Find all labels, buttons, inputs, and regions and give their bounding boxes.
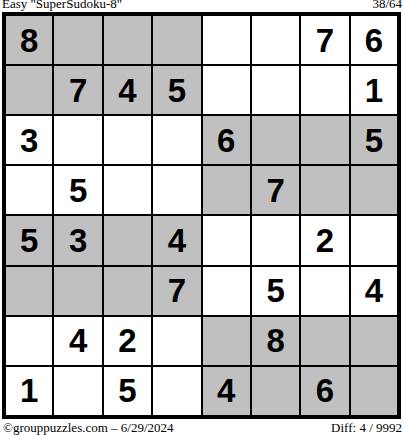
cell-r5c7[interactable]: 2 (300, 215, 349, 265)
cell-r8c7[interactable]: 6 (300, 366, 349, 417)
cell-r1c2[interactable] (53, 14, 102, 65)
cell-r2c5[interactable] (202, 65, 251, 115)
cell-r4c5[interactable] (202, 165, 251, 215)
grid-row-5: 5342 (4, 215, 399, 265)
cell-r4c7[interactable] (300, 165, 349, 215)
cell-r6c5[interactable] (202, 266, 251, 316)
sudoku-grid-body: 87674513655753427544281546 (4, 14, 399, 417)
grid-row-8: 1546 (4, 366, 399, 417)
cell-r7c1[interactable] (4, 316, 53, 366)
cell-r1c1[interactable]: 8 (4, 14, 53, 65)
cell-r3c2[interactable] (53, 115, 102, 165)
cell-r4c3[interactable] (103, 165, 152, 215)
cell-r6c1[interactable] (4, 266, 53, 316)
cell-r2c3[interactable]: 4 (103, 65, 152, 115)
cell-r3c1[interactable]: 3 (4, 115, 53, 165)
cell-r7c3[interactable]: 2 (103, 316, 152, 366)
cell-r7c2[interactable]: 4 (53, 316, 102, 366)
cell-r3c3[interactable] (103, 115, 152, 165)
cell-r7c5[interactable] (202, 316, 251, 366)
cell-r2c1[interactable] (4, 65, 53, 115)
cell-r3c5[interactable]: 6 (202, 115, 251, 165)
cell-r4c6[interactable]: 7 (251, 165, 300, 215)
cell-r1c5[interactable] (202, 14, 251, 65)
cell-r1c6[interactable] (251, 14, 300, 65)
grid-row-1: 876 (4, 14, 399, 65)
cell-r2c8[interactable]: 1 (350, 65, 399, 115)
cell-r8c2[interactable] (53, 366, 102, 417)
cell-r8c8[interactable] (350, 366, 399, 417)
grid-row-2: 7451 (4, 65, 399, 115)
cell-r3c4[interactable] (152, 115, 201, 165)
cell-r8c1[interactable]: 1 (4, 366, 53, 417)
cell-r8c4[interactable] (152, 366, 201, 417)
cell-r7c6[interactable]: 8 (251, 316, 300, 366)
cell-r7c7[interactable] (300, 316, 349, 366)
sudoku-board: 87674513655753427544281546 (2, 12, 401, 419)
cell-r3c6[interactable] (251, 115, 300, 165)
cell-r8c6[interactable] (251, 366, 300, 417)
cell-r1c4[interactable] (152, 14, 201, 65)
cell-r5c1[interactable]: 5 (4, 215, 53, 265)
cell-r4c8[interactable] (350, 165, 399, 215)
cell-r6c2[interactable] (53, 266, 102, 316)
cell-r6c7[interactable] (300, 266, 349, 316)
cell-r7c4[interactable] (152, 316, 201, 366)
footer-bar: ©grouppuzzles.com – 6/29/2024 Diff: 4 / … (3, 421, 402, 436)
header-bar: Easy "SuperSudoku-8" 38/64 (2, 0, 402, 12)
grid-row-3: 365 (4, 115, 399, 165)
cell-r6c6[interactable]: 5 (251, 266, 300, 316)
cell-r7c8[interactable] (350, 316, 399, 366)
cell-r4c2[interactable]: 5 (53, 165, 102, 215)
cell-r1c8[interactable]: 6 (350, 14, 399, 65)
cell-r2c6[interactable] (251, 65, 300, 115)
cell-r2c4[interactable]: 5 (152, 65, 201, 115)
cell-r5c2[interactable]: 3 (53, 215, 102, 265)
clue-counter: 38/64 (372, 0, 402, 12)
difficulty-text: Diff: 4 / 9992 (331, 420, 402, 436)
cell-r1c3[interactable] (103, 14, 152, 65)
cell-r6c4[interactable]: 7 (152, 266, 201, 316)
cell-r6c8[interactable]: 4 (350, 266, 399, 316)
cell-r5c3[interactable] (103, 215, 152, 265)
cell-r3c8[interactable]: 5 (350, 115, 399, 165)
grid-row-4: 57 (4, 165, 399, 215)
copyright-text: ©grouppuzzles.com – 6/29/2024 (3, 420, 174, 436)
cell-r3c7[interactable] (300, 115, 349, 165)
cell-r4c4[interactable] (152, 165, 201, 215)
grid-row-7: 428 (4, 316, 399, 366)
cell-r8c5[interactable]: 4 (202, 366, 251, 417)
puzzle-title: Easy "SuperSudoku-8" (2, 0, 122, 12)
cell-r5c5[interactable] (202, 215, 251, 265)
cell-r2c2[interactable]: 7 (53, 65, 102, 115)
cell-r5c8[interactable] (350, 215, 399, 265)
cell-r1c7[interactable]: 7 (300, 14, 349, 65)
cell-r2c7[interactable] (300, 65, 349, 115)
grid-row-6: 754 (4, 266, 399, 316)
sudoku-grid: 87674513655753427544281546 (2, 12, 401, 419)
cell-r5c6[interactable] (251, 215, 300, 265)
cell-r5c4[interactable]: 4 (152, 215, 201, 265)
cell-r4c1[interactable] (4, 165, 53, 215)
cell-r8c3[interactable]: 5 (103, 366, 152, 417)
cell-r6c3[interactable] (103, 266, 152, 316)
